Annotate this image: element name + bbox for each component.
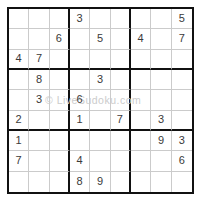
sudoku-cell-r2c4[interactable] — [70, 29, 90, 49]
given-digit: 3 — [77, 13, 83, 24]
sudoku-cell-r2c5[interactable]: 5 — [90, 29, 110, 49]
sudoku-cell-r2c2[interactable] — [29, 29, 49, 49]
sudoku-cell-r1c8[interactable] — [151, 9, 171, 29]
sudoku-cell-r1c9[interactable]: 5 — [172, 9, 192, 29]
given-digit: 9 — [97, 176, 103, 187]
sudoku-cell-r6c8[interactable]: 3 — [151, 111, 171, 131]
given-digit: 5 — [97, 33, 103, 44]
sudoku-cell-r5c2[interactable]: 3 — [29, 90, 49, 110]
sudoku-cell-r6c7[interactable] — [131, 111, 151, 131]
sudoku-cell-r9c1[interactable] — [9, 172, 29, 192]
sudoku-cell-r8c5[interactable] — [90, 151, 110, 171]
given-digit: 7 — [179, 33, 185, 44]
sudoku-cell-r3c6[interactable] — [111, 50, 131, 70]
given-digit: 9 — [158, 135, 164, 146]
sudoku-cell-r8c9[interactable]: 6 — [172, 151, 192, 171]
sudoku-cell-r6c9[interactable] — [172, 111, 192, 131]
sudoku-cell-r9c5[interactable]: 9 — [90, 172, 110, 192]
sudoku-cell-r4c7[interactable] — [131, 70, 151, 90]
sudoku-cell-r3c7[interactable] — [131, 50, 151, 70]
sudoku-cell-r8c6[interactable] — [111, 151, 131, 171]
sudoku-cell-r3c2[interactable]: 7 — [29, 50, 49, 70]
sudoku-cell-r6c5[interactable] — [90, 111, 110, 131]
sudoku-cell-r5c1[interactable] — [9, 90, 29, 110]
sudoku-cell-r6c1[interactable]: 2 — [9, 111, 29, 131]
sudoku-cell-r3c5[interactable] — [90, 50, 110, 70]
sudoku-cell-r6c4[interactable]: 1 — [70, 111, 90, 131]
sudoku-cell-r6c3[interactable] — [50, 111, 70, 131]
sudoku-cell-r1c6[interactable] — [111, 9, 131, 29]
given-digit: 7 — [16, 155, 22, 166]
given-digit: 8 — [36, 74, 42, 85]
sudoku-cell-r3c8[interactable] — [151, 50, 171, 70]
sudoku-cell-r4c1[interactable] — [9, 70, 29, 90]
sudoku-cell-r4c9[interactable] — [172, 70, 192, 90]
sudoku-cell-r8c7[interactable] — [131, 151, 151, 171]
sudoku-board: 356547478336217319374689 — [7, 7, 194, 194]
sudoku-cell-r8c1[interactable]: 7 — [9, 151, 29, 171]
sudoku-cell-r4c8[interactable] — [151, 70, 171, 90]
sudoku-cell-r5c6[interactable] — [111, 90, 131, 110]
given-digit: 8 — [77, 176, 83, 187]
sudoku-cell-r5c4[interactable]: 6 — [70, 90, 90, 110]
sudoku-cell-r7c6[interactable] — [111, 131, 131, 151]
sudoku-cell-r3c4[interactable] — [70, 50, 90, 70]
given-digit: 7 — [117, 114, 123, 125]
sudoku-cell-r9c2[interactable] — [29, 172, 49, 192]
sudoku-cell-r1c1[interactable] — [9, 9, 29, 29]
given-digit: 2 — [16, 114, 22, 125]
sudoku-cell-r5c9[interactable] — [172, 90, 192, 110]
sudoku-cell-r3c9[interactable] — [172, 50, 192, 70]
given-digit: 4 — [16, 53, 22, 64]
sudoku-cell-r9c9[interactable] — [172, 172, 192, 192]
sudoku-cell-r7c5[interactable] — [90, 131, 110, 151]
given-digit: 4 — [138, 33, 144, 44]
sudoku-cell-r7c1[interactable]: 1 — [9, 131, 29, 151]
sudoku-cell-r4c6[interactable] — [111, 70, 131, 90]
sudoku-cell-r5c7[interactable] — [131, 90, 151, 110]
sudoku-cell-r7c9[interactable]: 3 — [172, 131, 192, 151]
sudoku-cell-r8c4[interactable]: 4 — [70, 151, 90, 171]
sudoku-cell-r1c2[interactable] — [29, 9, 49, 29]
sudoku-cell-r1c3[interactable] — [50, 9, 70, 29]
sudoku-cell-r4c3[interactable] — [50, 70, 70, 90]
sudoku-cell-r7c7[interactable] — [131, 131, 151, 151]
sudoku-cell-r5c5[interactable] — [90, 90, 110, 110]
sudoku-cell-r2c3[interactable]: 6 — [50, 29, 70, 49]
sudoku-cell-r9c8[interactable] — [151, 172, 171, 192]
sudoku-cell-r7c4[interactable] — [70, 131, 90, 151]
sudoku-cell-r4c2[interactable]: 8 — [29, 70, 49, 90]
sudoku-cell-r4c4[interactable] — [70, 70, 90, 90]
sudoku-cell-r5c3[interactable] — [50, 90, 70, 110]
sudoku-cell-r1c7[interactable] — [131, 9, 151, 29]
sudoku-cell-r9c4[interactable]: 8 — [70, 172, 90, 192]
sudoku-cell-r3c1[interactable]: 4 — [9, 50, 29, 70]
given-digit: 1 — [16, 135, 22, 146]
sudoku-page: 356547478336217319374689 © LiveSudoku.co… — [0, 0, 200, 200]
given-digit: 3 — [158, 114, 164, 125]
sudoku-cell-r3c3[interactable] — [50, 50, 70, 70]
sudoku-cell-r1c5[interactable] — [90, 9, 110, 29]
sudoku-cell-r9c6[interactable] — [111, 172, 131, 192]
given-digit: 6 — [77, 94, 83, 105]
given-digit: 7 — [36, 53, 42, 64]
sudoku-cell-r1c4[interactable]: 3 — [70, 9, 90, 29]
given-digit: 6 — [179, 155, 185, 166]
sudoku-cell-r2c1[interactable] — [9, 29, 29, 49]
given-digit: 5 — [179, 13, 185, 24]
given-digit: 3 — [36, 94, 42, 105]
sudoku-cell-r7c2[interactable] — [29, 131, 49, 151]
sudoku-cell-r4c5[interactable]: 3 — [90, 70, 110, 90]
sudoku-cell-r2c6[interactable] — [111, 29, 131, 49]
given-digit: 3 — [97, 74, 103, 85]
sudoku-cell-r7c8[interactable]: 9 — [151, 131, 171, 151]
sudoku-cell-r6c2[interactable] — [29, 111, 49, 131]
sudoku-cell-r8c3[interactable] — [50, 151, 70, 171]
sudoku-cell-r6c6[interactable]: 7 — [111, 111, 131, 131]
sudoku-cell-r2c8[interactable] — [151, 29, 171, 49]
given-digit: 6 — [56, 33, 62, 44]
sudoku-cell-r8c2[interactable] — [29, 151, 49, 171]
sudoku-cell-r7c3[interactable] — [50, 131, 70, 151]
sudoku-cell-r9c3[interactable] — [50, 172, 70, 192]
sudoku-cell-r2c9[interactable]: 7 — [172, 29, 192, 49]
sudoku-cell-r9c7[interactable] — [131, 172, 151, 192]
given-digit: 1 — [77, 114, 83, 125]
given-digit: 3 — [179, 135, 185, 146]
sudoku-cell-r2c7[interactable]: 4 — [131, 29, 151, 49]
given-digit: 4 — [77, 155, 83, 166]
sudoku-cell-r5c8[interactable] — [151, 90, 171, 110]
sudoku-cell-r8c8[interactable] — [151, 151, 171, 171]
